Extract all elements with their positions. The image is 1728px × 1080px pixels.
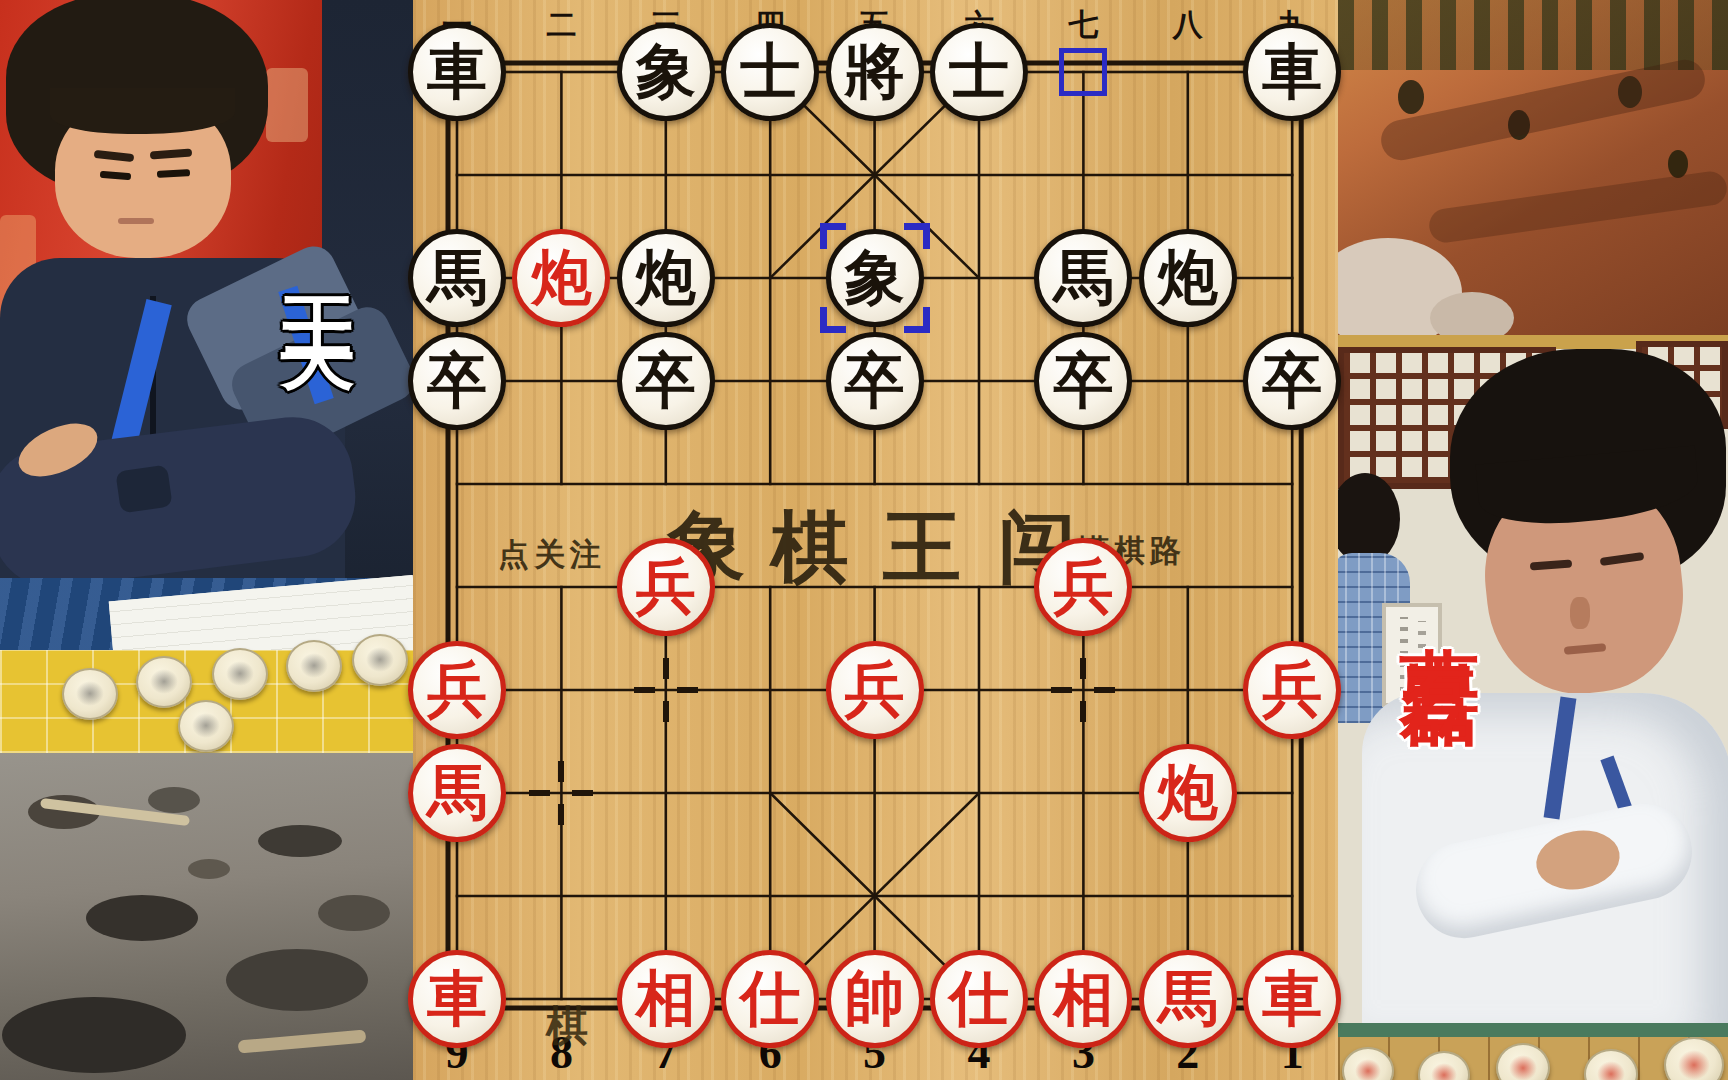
piece-char: 帥 (845, 969, 905, 1029)
rock (318, 895, 390, 931)
piece-char: 卒 (1053, 351, 1113, 411)
bottom-watermark-char: 棋 (546, 998, 588, 1054)
photo-piece (136, 656, 192, 708)
river-watermark-small-left: 点关注 (498, 534, 606, 576)
piece-char: 炮 (531, 248, 591, 308)
black-piece-士[interactable]: 士 (721, 23, 819, 121)
black-piece-卒[interactable]: 卒 (617, 332, 715, 430)
page: 王天一 曹岩磊 一二三四五六七八九987654321車象士將士車馬炮炮象馬炮卒卒… (0, 0, 1728, 1080)
red-piece-炮[interactable]: 炮 (1139, 744, 1237, 842)
piece-char: 相 (636, 969, 696, 1029)
photo-player-left (0, 0, 413, 753)
position-marker (529, 761, 593, 825)
piece-char: 象 (636, 42, 696, 102)
driftwood (238, 1029, 367, 1053)
red-piece-炮[interactable]: 炮 (512, 229, 610, 327)
piece-char: 馬 (427, 763, 487, 823)
black-piece-車[interactable]: 車 (408, 23, 506, 121)
hair-fringe (50, 88, 235, 134)
piece-char: 士 (949, 42, 1009, 102)
red-piece-車[interactable]: 車 (1243, 950, 1341, 1048)
piece-char: 卒 (427, 351, 487, 411)
red-piece-車[interactable]: 車 (408, 950, 506, 1048)
piece-char: 卒 (845, 351, 905, 411)
mouth (118, 218, 154, 224)
file-label-top: 七 (1057, 5, 1109, 46)
rock (2, 997, 186, 1073)
photo-beach (0, 753, 413, 1080)
black-piece-卒[interactable]: 卒 (826, 332, 924, 430)
file-label-top: 八 (1162, 5, 1214, 46)
red-piece-兵[interactable]: 兵 (408, 641, 506, 739)
river-watermark-large-char: 棋 (771, 496, 849, 601)
black-piece-炮[interactable]: 炮 (617, 229, 715, 327)
piece-char: 兵 (1262, 660, 1322, 720)
piece-char: 仕 (740, 969, 800, 1029)
black-piece-將[interactable]: 將 (826, 23, 924, 121)
piece-char: 仕 (949, 969, 1009, 1029)
rock (188, 859, 230, 879)
red-piece-兵[interactable]: 兵 (826, 641, 924, 739)
black-piece-馬[interactable]: 馬 (408, 229, 506, 327)
bystander-hair (1338, 473, 1400, 565)
piece-char: 炮 (1158, 763, 1218, 823)
photo-player-right (1338, 335, 1728, 1080)
piece-char: 炮 (636, 248, 696, 308)
move-destination-marker (820, 223, 930, 333)
player-name-right: 曹岩磊 (1400, 582, 1480, 618)
river-watermark-large-char: 王 (883, 496, 961, 601)
piece-char: 車 (427, 42, 487, 102)
piece-char: 馬 (1158, 969, 1218, 1029)
piece-char: 兵 (845, 660, 905, 720)
piece-char: 兵 (1053, 557, 1113, 617)
player-name-left: 王天一 (281, 238, 355, 316)
rock (148, 787, 200, 813)
piece-char: 兵 (427, 660, 487, 720)
crag-shadow (1377, 56, 1708, 164)
red-piece-兵[interactable]: 兵 (617, 538, 715, 636)
tree (1398, 80, 1424, 114)
photo-piece (178, 700, 234, 752)
black-piece-卒[interactable]: 卒 (1243, 332, 1341, 430)
calligraphy-strokes (1400, 617, 1408, 691)
photo-piece (62, 668, 118, 720)
red-piece-仕[interactable]: 仕 (930, 950, 1028, 1048)
snow-patch (1430, 292, 1514, 335)
position-marker (1051, 658, 1115, 722)
photo-piece (286, 640, 342, 692)
black-piece-卒[interactable]: 卒 (408, 332, 506, 430)
rock (86, 895, 198, 941)
move-origin-marker (1059, 48, 1107, 96)
rock (258, 825, 342, 857)
black-piece-卒[interactable]: 卒 (1034, 332, 1132, 430)
calligraphy-frame (1382, 603, 1442, 707)
piece-char: 將 (845, 42, 905, 102)
red-piece-帥[interactable]: 帥 (826, 950, 924, 1048)
red-piece-相[interactable]: 相 (1034, 950, 1132, 1048)
red-piece-馬[interactable]: 馬 (1139, 950, 1237, 1048)
piece-char: 士 (740, 42, 800, 102)
black-piece-炮[interactable]: 炮 (1139, 229, 1237, 327)
black-piece-車[interactable]: 車 (1243, 23, 1341, 121)
photo-mountain (1338, 0, 1728, 335)
crag-shadow (1427, 169, 1728, 244)
black-piece-象[interactable]: 象 (617, 23, 715, 121)
piece-char: 車 (427, 969, 487, 1029)
nose-shadow (1570, 597, 1590, 629)
piece-char: 馬 (427, 248, 487, 308)
piece-char: 兵 (636, 557, 696, 617)
red-piece-仕[interactable]: 仕 (721, 950, 819, 1048)
piece-char: 炮 (1158, 248, 1218, 308)
piece-char: 車 (1262, 42, 1322, 102)
red-piece-兵[interactable]: 兵 (1243, 641, 1341, 739)
photo-piece (212, 648, 268, 700)
rock (226, 949, 368, 1011)
piece-char: 馬 (1053, 248, 1113, 308)
piece-char: 相 (1053, 969, 1113, 1029)
black-piece-士[interactable]: 士 (930, 23, 1028, 121)
red-piece-相[interactable]: 相 (617, 950, 715, 1048)
file-label-top: 二 (535, 5, 587, 46)
red-piece-兵[interactable]: 兵 (1034, 538, 1132, 636)
red-piece-馬[interactable]: 馬 (408, 744, 506, 842)
piece-char: 卒 (1262, 351, 1322, 411)
sleeve-cuff (115, 465, 172, 514)
photo-piece (352, 634, 408, 686)
black-piece-馬[interactable]: 馬 (1034, 229, 1132, 327)
piece-char: 卒 (636, 351, 696, 411)
position-marker (634, 658, 698, 722)
tree-ridge (1338, 0, 1728, 70)
calligraphy-strokes (1418, 621, 1426, 687)
banner-text-blur (266, 68, 308, 142)
piece-char: 車 (1262, 969, 1322, 1029)
